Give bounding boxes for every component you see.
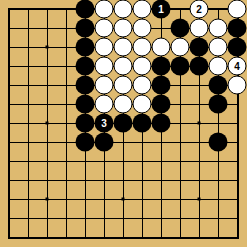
stone-white[interactable]	[95, 38, 114, 57]
stone-white[interactable]	[133, 76, 152, 95]
star-point	[198, 198, 201, 201]
grid-line-horizontal	[9, 161, 239, 162]
stone-black[interactable]	[152, 57, 171, 76]
star-point	[122, 198, 125, 201]
stone-black[interactable]	[228, 38, 247, 57]
stone-white[interactable]	[133, 38, 152, 57]
grid-line-horizontal	[9, 142, 239, 143]
stone-white[interactable]	[95, 19, 114, 38]
stone-black[interactable]	[133, 114, 152, 133]
stone-black[interactable]	[76, 114, 95, 133]
grid-line-horizontal	[9, 218, 239, 219]
stone-white[interactable]	[114, 0, 133, 19]
stone-black[interactable]	[228, 19, 247, 38]
stone-black[interactable]	[171, 57, 190, 76]
stone-white[interactable]: 2	[190, 0, 209, 19]
move-number-label: 1	[158, 4, 164, 14]
stone-black[interactable]	[152, 114, 171, 133]
stone-black[interactable]	[209, 95, 228, 114]
stone-white[interactable]	[133, 95, 152, 114]
stone-white[interactable]	[114, 95, 133, 114]
stone-black[interactable]	[76, 133, 95, 152]
stone-white[interactable]	[95, 95, 114, 114]
stone-black[interactable]	[171, 19, 190, 38]
move-number-label: 4	[234, 61, 240, 71]
stone-white[interactable]	[95, 57, 114, 76]
stone-white[interactable]	[209, 38, 228, 57]
stone-white[interactable]	[133, 19, 152, 38]
stone-white[interactable]	[95, 0, 114, 19]
stone-black[interactable]	[190, 57, 209, 76]
star-point	[46, 122, 49, 125]
stone-white[interactable]	[190, 19, 209, 38]
stone-white[interactable]	[133, 57, 152, 76]
stone-black[interactable]	[209, 76, 228, 95]
stone-black[interactable]: 3	[95, 114, 114, 133]
stone-white[interactable]	[114, 19, 133, 38]
stone-white[interactable]	[114, 76, 133, 95]
stone-white[interactable]	[114, 57, 133, 76]
stone-black[interactable]	[76, 19, 95, 38]
stone-black[interactable]	[76, 57, 95, 76]
stone-black[interactable]	[209, 133, 228, 152]
stone-white[interactable]	[152, 38, 171, 57]
move-number-label: 3	[101, 118, 107, 128]
stone-black[interactable]	[152, 76, 171, 95]
grid-line-horizontal	[9, 180, 239, 181]
stone-white[interactable]	[209, 19, 228, 38]
stone-black[interactable]: 1	[152, 0, 171, 19]
stone-white[interactable]: 4	[228, 57, 247, 76]
stone-black[interactable]	[114, 114, 133, 133]
move-number-label: 2	[196, 4, 202, 14]
stone-black[interactable]	[76, 0, 95, 19]
stone-black[interactable]	[152, 95, 171, 114]
stone-black[interactable]	[95, 133, 114, 152]
stone-white[interactable]	[171, 38, 190, 57]
stone-white[interactable]	[209, 57, 228, 76]
stone-white[interactable]	[95, 76, 114, 95]
star-point	[46, 46, 49, 49]
grid-line-vertical	[28, 9, 29, 239]
stone-black[interactable]	[76, 95, 95, 114]
go-board[interactable]: 1243	[0, 0, 247, 247]
stone-white[interactable]	[228, 0, 247, 19]
stone-black[interactable]	[76, 76, 95, 95]
stone-white[interactable]	[228, 76, 247, 95]
go-board-diagram: 1243	[0, 0, 247, 247]
star-point	[46, 198, 49, 201]
stone-black[interactable]	[76, 38, 95, 57]
stone-white[interactable]	[133, 0, 152, 19]
stone-black[interactable]	[190, 38, 209, 57]
grid-line-vertical	[66, 9, 67, 239]
star-point	[198, 122, 201, 125]
stone-white[interactable]	[114, 38, 133, 57]
